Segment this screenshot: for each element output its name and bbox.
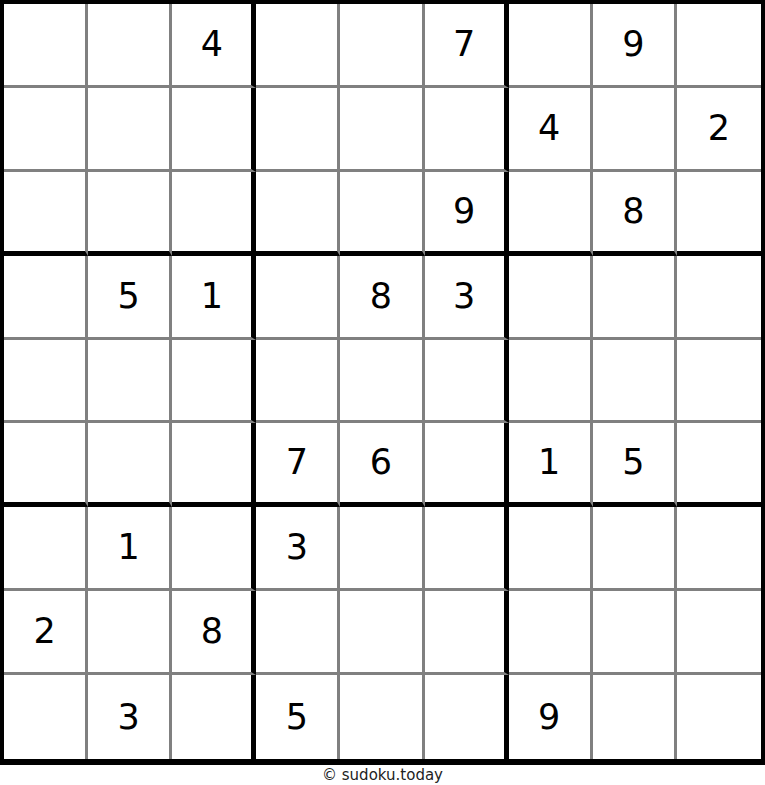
cell-r3c5[interactable] bbox=[340, 172, 424, 256]
given-digit: 4 bbox=[538, 111, 560, 146]
given-digit: 2 bbox=[708, 111, 730, 146]
cell-r9c7[interactable]: 9 bbox=[509, 675, 593, 759]
given-digit: 6 bbox=[370, 445, 392, 480]
given-digit: 5 bbox=[286, 700, 308, 735]
footer: © sudoku.today bbox=[0, 765, 765, 785]
cell-r9c4[interactable]: 5 bbox=[256, 675, 340, 759]
cell-r4c9[interactable] bbox=[677, 256, 761, 340]
cell-r4c7[interactable] bbox=[509, 256, 593, 340]
cell-r3c1[interactable] bbox=[4, 172, 88, 256]
cell-r7c3[interactable] bbox=[172, 507, 256, 591]
cell-r5c4[interactable] bbox=[256, 340, 340, 424]
cell-r1c8[interactable]: 9 bbox=[593, 4, 677, 88]
cell-r2c8[interactable] bbox=[593, 88, 677, 172]
cell-r6c4[interactable]: 7 bbox=[256, 423, 340, 507]
cell-r8c1[interactable]: 2 bbox=[4, 591, 88, 675]
cell-r9c3[interactable] bbox=[172, 675, 256, 759]
given-digit: 5 bbox=[118, 279, 140, 314]
cell-r4c5[interactable]: 8 bbox=[340, 256, 424, 340]
cell-r5c3[interactable] bbox=[172, 340, 256, 424]
given-digit: 8 bbox=[201, 614, 223, 649]
cell-r9c5[interactable] bbox=[340, 675, 424, 759]
given-digit: 7 bbox=[286, 445, 308, 480]
cell-r3c9[interactable] bbox=[677, 172, 761, 256]
cell-r8c2[interactable] bbox=[88, 591, 172, 675]
cell-r1c3[interactable]: 4 bbox=[172, 4, 256, 88]
given-digit: 7 bbox=[453, 27, 475, 62]
given-digit: 5 bbox=[622, 445, 644, 480]
cell-r4c4[interactable] bbox=[256, 256, 340, 340]
cell-r5c6[interactable] bbox=[425, 340, 509, 424]
cell-r7c2[interactable]: 1 bbox=[88, 507, 172, 591]
given-digit: 3 bbox=[286, 530, 308, 565]
cell-r3c3[interactable] bbox=[172, 172, 256, 256]
cell-r5c2[interactable] bbox=[88, 340, 172, 424]
given-digit: 1 bbox=[538, 445, 560, 480]
cell-r7c9[interactable] bbox=[677, 507, 761, 591]
cell-r7c6[interactable] bbox=[425, 507, 509, 591]
site-credit: © sudoku.today bbox=[322, 766, 443, 784]
given-digit: 4 bbox=[201, 27, 223, 62]
cell-r2c3[interactable] bbox=[172, 88, 256, 172]
cell-r1c6[interactable]: 7 bbox=[425, 4, 509, 88]
given-digit: 1 bbox=[118, 530, 140, 565]
cell-r2c4[interactable] bbox=[256, 88, 340, 172]
cell-r1c5[interactable] bbox=[340, 4, 424, 88]
cell-r6c8[interactable]: 5 bbox=[593, 423, 677, 507]
cell-r9c2[interactable]: 3 bbox=[88, 675, 172, 759]
cell-r5c5[interactable] bbox=[340, 340, 424, 424]
cell-r5c7[interactable] bbox=[509, 340, 593, 424]
given-digit: 2 bbox=[33, 614, 55, 649]
cell-r6c5[interactable]: 6 bbox=[340, 423, 424, 507]
cell-r1c1[interactable] bbox=[4, 4, 88, 88]
cell-r6c9[interactable] bbox=[677, 423, 761, 507]
cell-r1c9[interactable] bbox=[677, 4, 761, 88]
cell-r6c1[interactable] bbox=[4, 423, 88, 507]
cell-r9c1[interactable] bbox=[4, 675, 88, 759]
cell-r7c1[interactable] bbox=[4, 507, 88, 591]
cell-r2c1[interactable] bbox=[4, 88, 88, 172]
given-digit: 9 bbox=[538, 700, 560, 735]
cell-r9c9[interactable] bbox=[677, 675, 761, 759]
cell-r8c6[interactable] bbox=[425, 591, 509, 675]
given-digit: 8 bbox=[370, 279, 392, 314]
cell-r7c4[interactable]: 3 bbox=[256, 507, 340, 591]
given-digit: 3 bbox=[453, 279, 475, 314]
cell-r7c8[interactable] bbox=[593, 507, 677, 591]
cell-r6c7[interactable]: 1 bbox=[509, 423, 593, 507]
cell-r2c7[interactable]: 4 bbox=[509, 88, 593, 172]
cell-r2c9[interactable]: 2 bbox=[677, 88, 761, 172]
given-digit: 1 bbox=[201, 279, 223, 314]
cell-r2c6[interactable] bbox=[425, 88, 509, 172]
cell-r6c3[interactable] bbox=[172, 423, 256, 507]
cell-r8c8[interactable] bbox=[593, 591, 677, 675]
cell-r8c5[interactable] bbox=[340, 591, 424, 675]
cell-r1c4[interactable] bbox=[256, 4, 340, 88]
cell-r1c7[interactable] bbox=[509, 4, 593, 88]
cell-r4c1[interactable] bbox=[4, 256, 88, 340]
cell-r4c3[interactable]: 1 bbox=[172, 256, 256, 340]
cell-r3c2[interactable] bbox=[88, 172, 172, 256]
cell-r9c8[interactable] bbox=[593, 675, 677, 759]
cell-r8c4[interactable] bbox=[256, 591, 340, 675]
given-digit: 9 bbox=[622, 27, 644, 62]
cell-r7c7[interactable] bbox=[509, 507, 593, 591]
cell-r3c4[interactable] bbox=[256, 172, 340, 256]
cell-r9c6[interactable] bbox=[425, 675, 509, 759]
cell-r8c9[interactable] bbox=[677, 591, 761, 675]
cell-r5c9[interactable] bbox=[677, 340, 761, 424]
cell-r4c2[interactable]: 5 bbox=[88, 256, 172, 340]
given-digit: 9 bbox=[453, 194, 475, 229]
cell-r4c6[interactable]: 3 bbox=[425, 256, 509, 340]
cell-r2c5[interactable] bbox=[340, 88, 424, 172]
cell-r3c8[interactable]: 8 bbox=[593, 172, 677, 256]
cell-r5c8[interactable] bbox=[593, 340, 677, 424]
cell-r1c2[interactable] bbox=[88, 4, 172, 88]
cell-r3c6[interactable]: 9 bbox=[425, 172, 509, 256]
cell-r6c2[interactable] bbox=[88, 423, 172, 507]
cell-r6c6[interactable] bbox=[425, 423, 509, 507]
cell-r4c8[interactable] bbox=[593, 256, 677, 340]
cell-r7c5[interactable] bbox=[340, 507, 424, 591]
cell-r2c2[interactable] bbox=[88, 88, 172, 172]
given-digit: 3 bbox=[118, 700, 140, 735]
sudoku-board: 4794298518376151328359 bbox=[0, 0, 765, 765]
cell-r5c1[interactable] bbox=[4, 340, 88, 424]
cell-r8c7[interactable] bbox=[509, 591, 593, 675]
cell-r8c3[interactable]: 8 bbox=[172, 591, 256, 675]
given-digit: 8 bbox=[622, 194, 644, 229]
cell-r3c7[interactable] bbox=[509, 172, 593, 256]
